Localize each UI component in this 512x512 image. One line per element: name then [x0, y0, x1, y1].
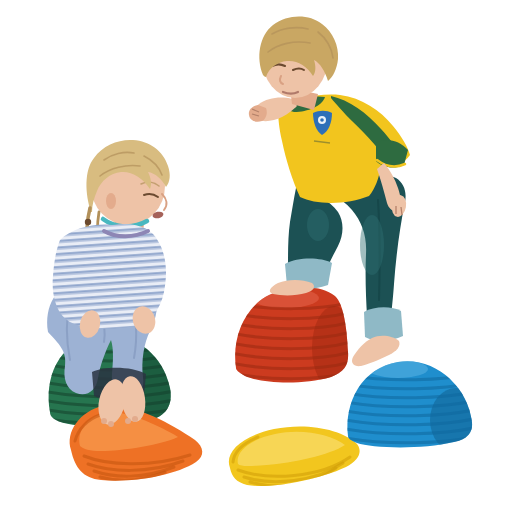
scene-illustration	[0, 0, 512, 512]
boy-right-hand	[249, 105, 267, 122]
stone-blue-hilltop	[340, 360, 482, 452]
boy-right-leg-highlight	[360, 215, 384, 275]
girl-ear	[106, 193, 116, 209]
boy-right-cuff	[364, 307, 403, 340]
boy-crest-dot	[320, 118, 324, 122]
boy-left-knee-highlight	[307, 209, 329, 241]
stone-blue-highlight	[368, 360, 428, 378]
braid-bead	[85, 219, 91, 225]
stone-yellow-hilltop	[229, 426, 360, 486]
boy-right-foot	[352, 336, 400, 366]
stone-red-hilltop	[226, 287, 356, 390]
product-photo	[0, 0, 512, 512]
